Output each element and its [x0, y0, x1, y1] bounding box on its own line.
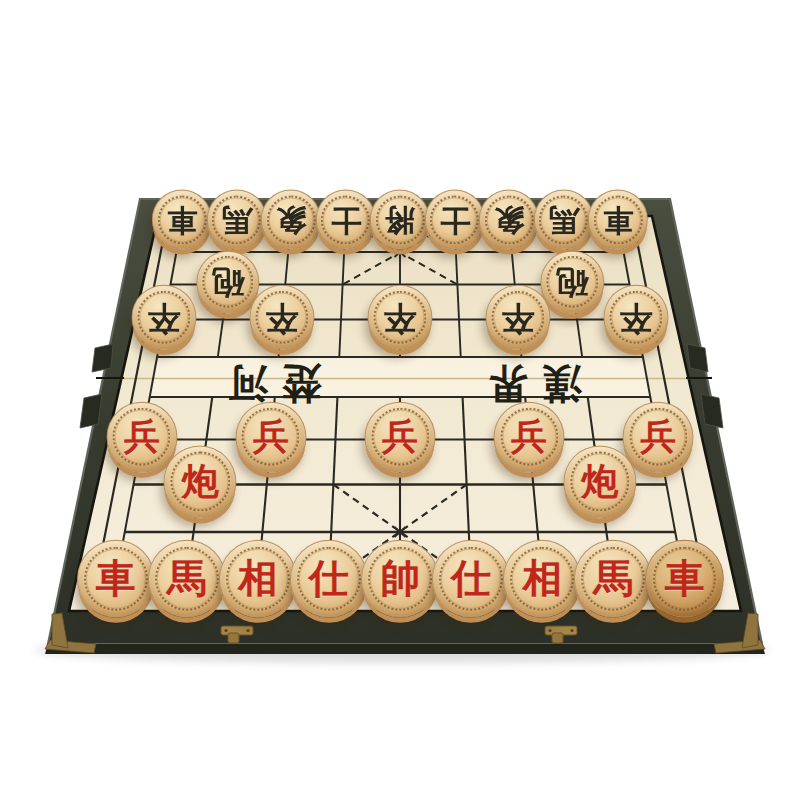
piece-black-c9-r1[interactable]: 車	[588, 189, 648, 249]
piece-character: 車	[665, 559, 705, 599]
piece-black-c8-r1[interactable]: 馬	[533, 189, 593, 249]
piece-black-c8-r3[interactable]: 砲	[540, 250, 603, 313]
piece-character: 將	[385, 204, 415, 234]
product-photo-stage: 楚河 漢界	[0, 0, 800, 800]
piece-red-c7-r7[interactable]: 兵	[494, 401, 565, 472]
piece-black-c1-r4[interactable]: 卒	[131, 284, 196, 349]
piece-character: 仕	[451, 559, 491, 599]
piece-character: 砲	[556, 266, 588, 298]
piece-red-c3-r10[interactable]: 相	[219, 540, 297, 618]
piece-black-c5-r4[interactable]: 卒	[367, 284, 432, 349]
piece-red-c9-r10[interactable]: 車	[645, 540, 723, 618]
piece-layer: 車馬象士將士象馬車砲砲卒卒卒卒卒兵兵兵兵兵炮炮車馬相仕帥仕相馬車	[0, 0, 800, 800]
piece-character: 車	[167, 204, 197, 234]
piece-black-c3-r1[interactable]: 象	[261, 189, 321, 249]
piece-black-c5-r1[interactable]: 將	[370, 189, 430, 249]
piece-black-c1-r1[interactable]: 車	[152, 189, 212, 249]
piece-red-c4-r10[interactable]: 仕	[290, 540, 368, 618]
piece-character: 士	[330, 204, 360, 234]
piece-character: 炮	[581, 463, 618, 500]
piece-character: 卒	[384, 300, 417, 333]
piece-red-c1-r10[interactable]: 車	[77, 540, 155, 618]
piece-red-c9-r7[interactable]: 兵	[623, 401, 694, 472]
piece-red-c6-r10[interactable]: 仕	[432, 540, 510, 618]
piece-character: 象	[276, 204, 306, 234]
piece-character: 車	[603, 204, 633, 234]
piece-character: 象	[494, 204, 524, 234]
piece-black-c7-r4[interactable]: 卒	[485, 284, 550, 349]
piece-character: 兵	[124, 419, 160, 455]
piece-character: 士	[439, 204, 469, 234]
piece-black-c4-r1[interactable]: 士	[315, 189, 375, 249]
piece-character: 兵	[640, 419, 676, 455]
piece-character: 仕	[309, 559, 349, 599]
piece-red-c3-r7[interactable]: 兵	[235, 401, 306, 472]
piece-character: 馬	[594, 559, 634, 599]
piece-red-c5-r7[interactable]: 兵	[364, 401, 435, 472]
piece-black-c9-r4[interactable]: 卒	[603, 284, 668, 349]
piece-character: 兵	[382, 419, 418, 455]
piece-character: 馬	[548, 204, 578, 234]
piece-red-c1-r7[interactable]: 兵	[106, 401, 177, 472]
piece-black-c7-r1[interactable]: 象	[479, 189, 539, 249]
piece-character: 炮	[182, 463, 219, 500]
piece-character: 帥	[380, 559, 420, 599]
piece-character: 卒	[266, 300, 299, 333]
piece-black-c3-r4[interactable]: 卒	[249, 284, 314, 349]
piece-red-c8-r10[interactable]: 馬	[574, 540, 652, 618]
piece-red-c7-r10[interactable]: 相	[503, 540, 581, 618]
piece-black-c6-r1[interactable]: 士	[424, 189, 484, 249]
piece-red-c2-r10[interactable]: 馬	[148, 540, 226, 618]
piece-character: 兵	[511, 419, 547, 455]
piece-character: 砲	[212, 266, 244, 298]
piece-black-c2-r1[interactable]: 馬	[206, 189, 266, 249]
piece-character: 馬	[221, 204, 251, 234]
piece-character: 車	[96, 559, 136, 599]
piece-character: 兵	[253, 419, 289, 455]
piece-red-c8-r8[interactable]: 炮	[563, 445, 636, 518]
piece-character: 卒	[502, 300, 535, 333]
piece-character: 相	[522, 559, 562, 599]
piece-black-c2-r3[interactable]: 砲	[196, 250, 259, 313]
piece-red-c5-r10[interactable]: 帥	[361, 540, 439, 618]
piece-character: 馬	[167, 559, 207, 599]
piece-character: 卒	[620, 300, 653, 333]
piece-red-c2-r8[interactable]: 炮	[164, 445, 237, 518]
piece-character: 卒	[148, 300, 181, 333]
piece-character: 相	[238, 559, 278, 599]
